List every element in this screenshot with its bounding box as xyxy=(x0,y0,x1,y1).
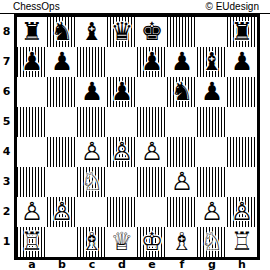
square-g8[interactable] xyxy=(197,17,227,47)
white-pawn-piece[interactable]: ♙ xyxy=(17,197,47,227)
square-b4[interactable] xyxy=(47,137,77,167)
square-f1[interactable]: ♗ xyxy=(167,227,197,257)
square-b5[interactable] xyxy=(47,107,77,137)
square-h7[interactable]: ♟ xyxy=(227,47,257,77)
square-e7[interactable]: ♟ xyxy=(137,47,167,77)
square-a5[interactable] xyxy=(17,107,47,137)
square-g2[interactable]: ♙ xyxy=(197,197,227,227)
white-queen-piece[interactable]: ♕ xyxy=(107,227,137,257)
black-knight-piece[interactable]: ♞ xyxy=(167,77,197,107)
square-g6[interactable]: ♟ xyxy=(197,77,227,107)
black-pawn-piece[interactable]: ♟ xyxy=(137,47,167,77)
square-a8[interactable]: ♜ xyxy=(17,17,47,47)
black-pawn-piece[interactable]: ♟ xyxy=(167,47,197,77)
white-pawn-piece[interactable]: ♙ xyxy=(77,137,107,167)
square-c5[interactable] xyxy=(77,107,107,137)
white-bishop-piece[interactable]: ♗ xyxy=(77,227,107,257)
square-d4[interactable]: ♙ xyxy=(107,137,137,167)
rank-label-7: 7 xyxy=(0,47,13,77)
square-a4[interactable] xyxy=(17,137,47,167)
square-a7[interactable]: ♟ xyxy=(17,47,47,77)
white-pawn-piece[interactable]: ♙ xyxy=(227,197,257,227)
square-h8[interactable]: ♜ xyxy=(227,17,257,47)
black-pawn-piece[interactable]: ♟ xyxy=(17,47,47,77)
file-label-g: g xyxy=(197,259,227,270)
square-e6[interactable] xyxy=(137,77,167,107)
square-d7[interactable] xyxy=(107,47,137,77)
square-c1[interactable]: ♗ xyxy=(77,227,107,257)
copyright: © EUdesign xyxy=(205,1,259,12)
square-c8[interactable]: ♝ xyxy=(77,17,107,47)
square-h5[interactable] xyxy=(227,107,257,137)
black-rook-piece[interactable]: ♜ xyxy=(17,17,47,47)
black-queen-piece[interactable]: ♛ xyxy=(107,17,137,47)
black-knight-piece[interactable]: ♞ xyxy=(47,17,77,47)
black-pawn-piece[interactable]: ♟ xyxy=(227,47,257,77)
square-d6[interactable]: ♟ xyxy=(107,77,137,107)
white-pawn-piece[interactable]: ♙ xyxy=(197,197,227,227)
black-pawn-piece[interactable]: ♟ xyxy=(107,77,137,107)
white-pawn-piece[interactable]: ♙ xyxy=(167,167,197,197)
file-label-d: d xyxy=(107,259,137,270)
square-d8[interactable]: ♛ xyxy=(107,17,137,47)
square-e3[interactable] xyxy=(137,167,167,197)
square-f4[interactable] xyxy=(167,137,197,167)
square-b8[interactable]: ♞ xyxy=(47,17,77,47)
rank-label-6: 6 xyxy=(0,77,13,107)
file-label-f: f xyxy=(167,259,197,270)
square-h2[interactable]: ♙ xyxy=(227,197,257,227)
square-f6[interactable]: ♞ xyxy=(167,77,197,107)
square-f8[interactable] xyxy=(167,17,197,47)
square-g4[interactable] xyxy=(197,137,227,167)
white-rook-piece[interactable]: ♖ xyxy=(17,227,47,257)
square-d5[interactable] xyxy=(107,107,137,137)
app-title: ChessOps xyxy=(13,1,60,12)
file-label-b: b xyxy=(47,259,77,270)
square-a2[interactable]: ♙ xyxy=(17,197,47,227)
square-b2[interactable]: ♙ xyxy=(47,197,77,227)
square-e4[interactable]: ♙ xyxy=(137,137,167,167)
black-rook-piece[interactable]: ♜ xyxy=(227,17,257,47)
file-label-c: c xyxy=(77,259,107,270)
rank-labels: 87654321 xyxy=(0,17,13,257)
rank-label-1: 1 xyxy=(0,227,13,257)
square-a6[interactable] xyxy=(17,77,47,107)
square-c6[interactable]: ♟ xyxy=(77,77,107,107)
chessops-window: ChessOps © EUdesign 87654321 ♜♞♝♛♚♜♟♟♟♟♝… xyxy=(0,0,270,270)
square-d3[interactable] xyxy=(107,167,137,197)
white-rook-piece[interactable]: ♖ xyxy=(227,227,257,257)
header: ChessOps © EUdesign xyxy=(0,0,270,14)
white-bishop-piece[interactable]: ♗ xyxy=(167,227,197,257)
file-labels: abcdefgh xyxy=(17,259,257,270)
square-a1[interactable]: ♖ xyxy=(17,227,47,257)
rank-label-5: 5 xyxy=(0,107,13,137)
square-g1[interactable]: ♘ xyxy=(197,227,227,257)
square-h1[interactable]: ♖ xyxy=(227,227,257,257)
white-knight-piece[interactable]: ♘ xyxy=(77,167,107,197)
square-b7[interactable]: ♟ xyxy=(47,47,77,77)
square-e2[interactable] xyxy=(137,197,167,227)
square-b3[interactable] xyxy=(47,167,77,197)
square-f7[interactable]: ♟ xyxy=(167,47,197,77)
square-e5[interactable] xyxy=(137,107,167,137)
square-b1[interactable] xyxy=(47,227,77,257)
rank-label-4: 4 xyxy=(0,137,13,167)
black-pawn-piece[interactable]: ♟ xyxy=(197,77,227,107)
square-f3[interactable]: ♙ xyxy=(167,167,197,197)
rank-label-3: 3 xyxy=(0,167,13,197)
white-pawn-piece[interactable]: ♙ xyxy=(137,137,167,167)
square-h3[interactable] xyxy=(227,167,257,197)
file-label-e: e xyxy=(137,259,167,270)
square-a3[interactable] xyxy=(17,167,47,197)
black-bishop-piece[interactable]: ♝ xyxy=(197,47,227,77)
square-b6[interactable] xyxy=(47,77,77,107)
square-g5[interactable] xyxy=(197,107,227,137)
square-e1[interactable]: ♔ xyxy=(137,227,167,257)
white-pawn-piece[interactable]: ♙ xyxy=(107,137,137,167)
square-h6[interactable] xyxy=(227,77,257,107)
square-d1[interactable]: ♕ xyxy=(107,227,137,257)
black-pawn-piece[interactable]: ♟ xyxy=(47,47,77,77)
square-c7[interactable] xyxy=(77,47,107,77)
square-d2[interactable] xyxy=(107,197,137,227)
black-pawn-piece[interactable]: ♟ xyxy=(77,77,107,107)
square-c3[interactable]: ♘ xyxy=(77,167,107,197)
file-label-a: a xyxy=(17,259,47,270)
white-knight-piece[interactable]: ♘ xyxy=(197,227,227,257)
chess-board[interactable]: ♜♞♝♛♚♜♟♟♟♟♝♟♟♟♞♟♙♙♙♘♙♙♙♙♙♖♗♕♔♗♘♖ xyxy=(14,14,260,260)
square-g7[interactable]: ♝ xyxy=(197,47,227,77)
white-king-piece[interactable]: ♔ xyxy=(137,227,167,257)
square-h4[interactable] xyxy=(227,137,257,167)
square-g3[interactable] xyxy=(197,167,227,197)
file-label-h: h xyxy=(227,259,257,270)
square-c4[interactable]: ♙ xyxy=(77,137,107,167)
black-king-piece[interactable]: ♚ xyxy=(137,17,167,47)
rank-label-8: 8 xyxy=(0,17,13,47)
white-pawn-piece[interactable]: ♙ xyxy=(47,197,77,227)
rank-label-2: 2 xyxy=(0,197,13,227)
square-f5[interactable] xyxy=(167,107,197,137)
square-c2[interactable] xyxy=(77,197,107,227)
square-f2[interactable] xyxy=(167,197,197,227)
black-bishop-piece[interactable]: ♝ xyxy=(77,17,107,47)
square-e8[interactable]: ♚ xyxy=(137,17,167,47)
